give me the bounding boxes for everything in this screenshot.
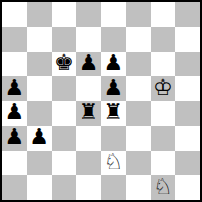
square-d8[interactable] (76, 2, 101, 27)
square-e1[interactable] (101, 175, 126, 200)
square-g8[interactable] (151, 2, 176, 27)
square-d2[interactable] (76, 151, 101, 176)
square-h8[interactable] (175, 2, 200, 27)
square-e6[interactable]: ♟ (101, 52, 126, 77)
square-c6[interactable]: ♚ (52, 52, 77, 77)
black-pawn: ♟ (5, 77, 25, 99)
chess-board-frame: ♚♟♟♟♟♔♟♜♜♟♟♘♘ (0, 0, 202, 202)
square-c4[interactable] (52, 101, 77, 126)
square-d5[interactable] (76, 76, 101, 101)
square-g5[interactable]: ♔ (151, 76, 176, 101)
square-b1[interactable] (27, 175, 52, 200)
square-b3[interactable]: ♟ (27, 126, 52, 151)
square-e3[interactable] (101, 126, 126, 151)
square-g4[interactable] (151, 101, 176, 126)
square-h7[interactable] (175, 27, 200, 52)
square-d1[interactable] (76, 175, 101, 200)
square-e7[interactable] (101, 27, 126, 52)
square-b6[interactable] (27, 52, 52, 77)
chess-board: ♚♟♟♟♟♔♟♜♜♟♟♘♘ (2, 2, 200, 200)
square-h4[interactable] (175, 101, 200, 126)
square-h5[interactable] (175, 76, 200, 101)
black-pawn: ♟ (5, 126, 25, 148)
square-g6[interactable] (151, 52, 176, 77)
square-g7[interactable] (151, 27, 176, 52)
square-e8[interactable] (101, 2, 126, 27)
square-b4[interactable] (27, 101, 52, 126)
square-e4[interactable]: ♜ (101, 101, 126, 126)
square-b7[interactable] (27, 27, 52, 52)
square-f7[interactable] (126, 27, 151, 52)
square-a3[interactable]: ♟ (2, 126, 27, 151)
white-king: ♔ (153, 77, 173, 99)
square-c8[interactable] (52, 2, 77, 27)
square-f4[interactable] (126, 101, 151, 126)
square-a6[interactable] (2, 52, 27, 77)
square-a5[interactable]: ♟ (2, 76, 27, 101)
square-f5[interactable] (126, 76, 151, 101)
white-knight: ♘ (104, 151, 124, 173)
square-d3[interactable] (76, 126, 101, 151)
square-f8[interactable] (126, 2, 151, 27)
square-a8[interactable] (2, 2, 27, 27)
black-pawn: ♟ (5, 101, 25, 123)
square-c7[interactable] (52, 27, 77, 52)
square-h3[interactable] (175, 126, 200, 151)
square-b5[interactable] (27, 76, 52, 101)
square-c5[interactable] (52, 76, 77, 101)
square-g2[interactable] (151, 151, 176, 176)
square-g3[interactable] (151, 126, 176, 151)
black-king: ♚ (54, 52, 74, 74)
square-a7[interactable] (2, 27, 27, 52)
square-d6[interactable]: ♟ (76, 52, 101, 77)
square-e2[interactable]: ♘ (101, 151, 126, 176)
square-g1[interactable]: ♘ (151, 175, 176, 200)
square-f6[interactable] (126, 52, 151, 77)
square-h1[interactable] (175, 175, 200, 200)
black-pawn: ♟ (104, 52, 124, 74)
black-rook: ♜ (104, 101, 124, 123)
square-a4[interactable]: ♟ (2, 101, 27, 126)
square-h6[interactable] (175, 52, 200, 77)
square-b2[interactable] (27, 151, 52, 176)
square-a2[interactable] (2, 151, 27, 176)
square-e5[interactable]: ♟ (101, 76, 126, 101)
square-h2[interactable] (175, 151, 200, 176)
square-d4[interactable]: ♜ (76, 101, 101, 126)
square-c1[interactable] (52, 175, 77, 200)
black-pawn: ♟ (104, 77, 124, 99)
square-c3[interactable] (52, 126, 77, 151)
square-f3[interactable] (126, 126, 151, 151)
white-knight: ♘ (153, 176, 173, 198)
square-a1[interactable] (2, 175, 27, 200)
square-d7[interactable] (76, 27, 101, 52)
black-pawn: ♟ (79, 52, 99, 74)
square-b8[interactable] (27, 2, 52, 27)
square-f2[interactable] (126, 151, 151, 176)
square-c2[interactable] (52, 151, 77, 176)
square-f1[interactable] (126, 175, 151, 200)
black-rook: ♜ (79, 101, 99, 123)
black-pawn: ♟ (29, 126, 49, 148)
